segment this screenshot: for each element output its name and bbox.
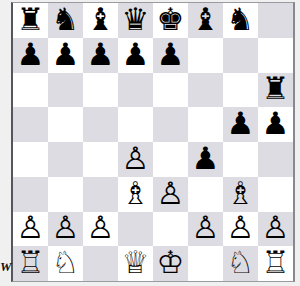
square-c6[interactable] (83, 73, 118, 108)
square-h3[interactable] (258, 177, 293, 212)
piece-wB-g3[interactable]: ♗ (227, 178, 255, 209)
square-e1[interactable]: ♔ (153, 246, 188, 281)
side-to-move-indicator: W (0, 259, 11, 275)
piece-bR-a8[interactable]: ♜ (17, 4, 45, 35)
square-f8[interactable]: ♝ (188, 3, 223, 38)
square-d5[interactable] (118, 107, 153, 142)
square-b6[interactable] (48, 73, 83, 108)
piece-bQ-d8[interactable]: ♛ (122, 4, 150, 35)
piece-bP-c7[interactable]: ♟ (87, 39, 115, 70)
square-h4[interactable] (258, 142, 293, 177)
square-g4[interactable] (223, 142, 258, 177)
square-g6[interactable] (223, 73, 258, 108)
piece-wN-b1[interactable]: ♘ (52, 247, 80, 278)
piece-wQ-d1[interactable]: ♕ (122, 247, 150, 278)
piece-bN-b8[interactable]: ♞ (52, 4, 80, 35)
piece-wN-g1[interactable]: ♘ (227, 247, 255, 278)
piece-bN-g8[interactable]: ♞ (227, 4, 255, 35)
piece-wP-e3[interactable]: ♙ (157, 178, 185, 209)
square-e6[interactable] (153, 73, 188, 108)
square-h7[interactable] (258, 38, 293, 73)
square-f3[interactable] (188, 177, 223, 212)
square-a2[interactable]: ♙ (13, 212, 48, 247)
square-e7[interactable]: ♟ (153, 38, 188, 73)
square-f2[interactable]: ♙ (188, 212, 223, 247)
square-g1[interactable]: ♘ (223, 246, 258, 281)
piece-bR-h6[interactable]: ♜ (262, 73, 290, 104)
piece-wR-a1[interactable]: ♖ (17, 247, 45, 278)
square-f4[interactable]: ♟ (188, 142, 223, 177)
chess-diagram: ♜♞♝♛♚♝♞♟♟♟♟♟♜♟♟♙♟♗♙♗♙♙♙♙♙♙♖♘♕♔♘♖ W (0, 0, 300, 286)
square-g7[interactable] (223, 38, 258, 73)
chess-board: ♜♞♝♛♚♝♞♟♟♟♟♟♜♟♟♙♟♗♙♗♙♙♙♙♙♙♖♘♕♔♘♖ (13, 3, 293, 281)
piece-wP-a2[interactable]: ♙ (17, 212, 45, 243)
square-b8[interactable]: ♞ (48, 3, 83, 38)
square-f5[interactable] (188, 107, 223, 142)
square-e2[interactable] (153, 212, 188, 247)
square-g5[interactable]: ♟ (223, 107, 258, 142)
square-d6[interactable] (118, 73, 153, 108)
square-d4[interactable]: ♙ (118, 142, 153, 177)
square-c5[interactable] (83, 107, 118, 142)
board-frame: ♜♞♝♛♚♝♞♟♟♟♟♟♜♟♟♙♟♗♙♗♙♙♙♙♙♙♖♘♕♔♘♖ (11, 2, 295, 282)
piece-bP-d7[interactable]: ♟ (122, 39, 150, 70)
square-h6[interactable]: ♜ (258, 73, 293, 108)
piece-wK-e1[interactable]: ♔ (157, 247, 185, 278)
piece-wP-c2[interactable]: ♙ (87, 212, 115, 243)
square-b4[interactable] (48, 142, 83, 177)
piece-bK-e8[interactable]: ♚ (157, 4, 185, 35)
piece-bP-f4[interactable]: ♟ (192, 143, 220, 174)
square-c4[interactable] (83, 142, 118, 177)
square-a6[interactable] (13, 73, 48, 108)
square-h1[interactable]: ♖ (258, 246, 293, 281)
square-a1[interactable]: ♖ (13, 246, 48, 281)
square-c8[interactable]: ♝ (83, 3, 118, 38)
piece-bP-b7[interactable]: ♟ (52, 39, 80, 70)
piece-bP-e7[interactable]: ♟ (157, 39, 185, 70)
square-f7[interactable] (188, 38, 223, 73)
square-d7[interactable]: ♟ (118, 38, 153, 73)
square-b5[interactable] (48, 107, 83, 142)
piece-bP-a7[interactable]: ♟ (17, 39, 45, 70)
square-e3[interactable]: ♙ (153, 177, 188, 212)
square-a8[interactable]: ♜ (13, 3, 48, 38)
piece-wP-b2[interactable]: ♙ (52, 212, 80, 243)
square-h8[interactable] (258, 3, 293, 38)
square-b3[interactable] (48, 177, 83, 212)
square-a7[interactable]: ♟ (13, 38, 48, 73)
square-e4[interactable] (153, 142, 188, 177)
square-a3[interactable] (13, 177, 48, 212)
piece-wP-g2[interactable]: ♙ (227, 212, 255, 243)
piece-wP-f2[interactable]: ♙ (192, 212, 220, 243)
square-c1[interactable] (83, 246, 118, 281)
square-c2[interactable]: ♙ (83, 212, 118, 247)
square-h5[interactable]: ♟ (258, 107, 293, 142)
square-f1[interactable] (188, 246, 223, 281)
piece-bP-h5[interactable]: ♟ (262, 108, 290, 139)
square-h2[interactable]: ♙ (258, 212, 293, 247)
square-g2[interactable]: ♙ (223, 212, 258, 247)
piece-bB-c8[interactable]: ♝ (87, 4, 115, 35)
square-e8[interactable]: ♚ (153, 3, 188, 38)
square-d3[interactable]: ♗ (118, 177, 153, 212)
square-d8[interactable]: ♛ (118, 3, 153, 38)
square-g3[interactable]: ♗ (223, 177, 258, 212)
square-g8[interactable]: ♞ (223, 3, 258, 38)
square-a4[interactable] (13, 142, 48, 177)
piece-wR-h1[interactable]: ♖ (262, 247, 290, 278)
piece-wP-d4[interactable]: ♙ (122, 143, 150, 174)
square-c3[interactable] (83, 177, 118, 212)
piece-wP-h2[interactable]: ♙ (262, 212, 290, 243)
square-a5[interactable] (13, 107, 48, 142)
piece-bP-g5[interactable]: ♟ (227, 108, 255, 139)
piece-wB-d3[interactable]: ♗ (122, 178, 150, 209)
piece-bB-f8[interactable]: ♝ (192, 4, 220, 35)
square-c7[interactable]: ♟ (83, 38, 118, 73)
square-b1[interactable]: ♘ (48, 246, 83, 281)
square-f6[interactable] (188, 73, 223, 108)
square-b2[interactable]: ♙ (48, 212, 83, 247)
square-d2[interactable] (118, 212, 153, 247)
square-d1[interactable]: ♕ (118, 246, 153, 281)
square-e5[interactable] (153, 107, 188, 142)
square-b7[interactable]: ♟ (48, 38, 83, 73)
